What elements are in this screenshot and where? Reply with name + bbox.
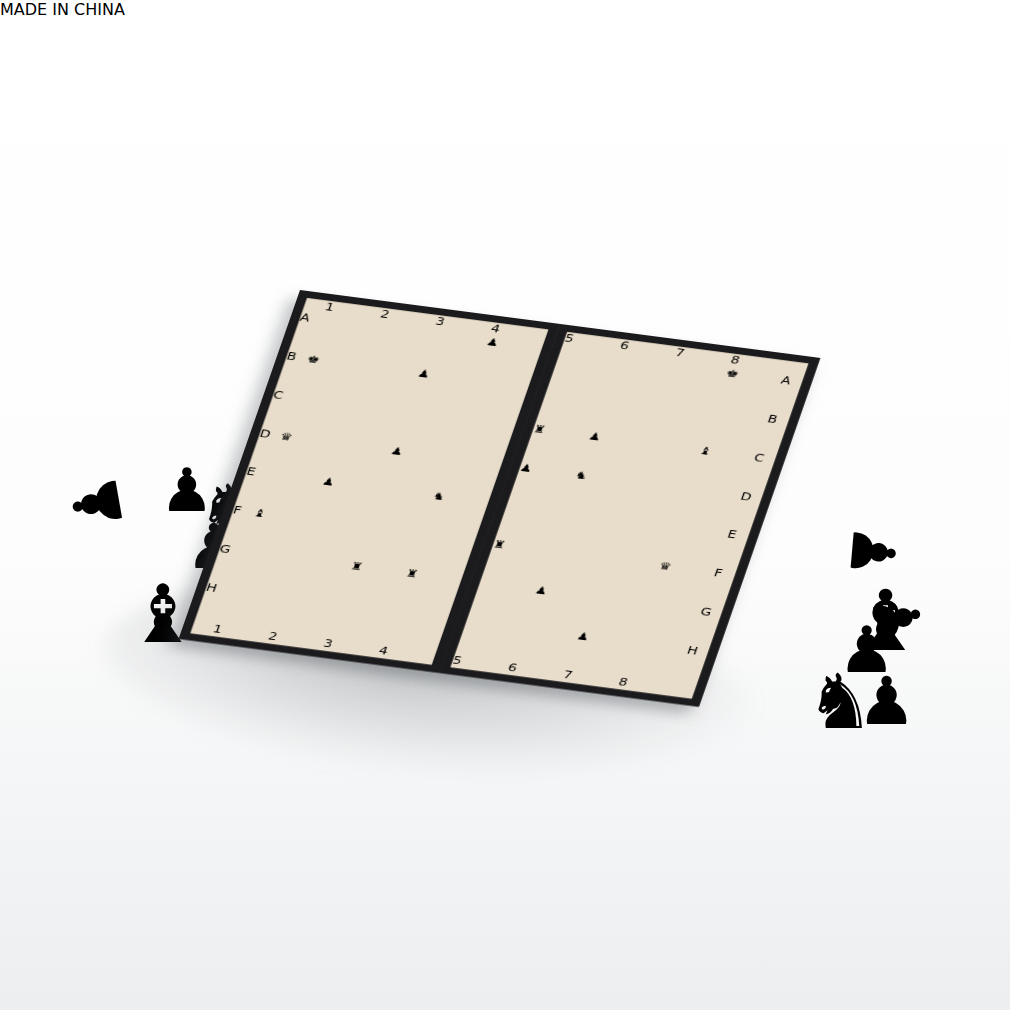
captured-black-pawn: ♟ bbox=[857, 663, 916, 740]
top-rank-label-text: 5 bbox=[563, 332, 576, 345]
bottom-rank-label-text: 5 bbox=[451, 654, 464, 667]
square-4A: ♟ bbox=[475, 336, 544, 382]
product-photo: 1234A♟B♚♟CD♛♟E♟♞F♝G♜♜H12345678♚AB♜♟♝C♟♞D… bbox=[0, 0, 1010, 1010]
black-pawn: ♟ bbox=[416, 367, 432, 380]
black-pawn: ♟ bbox=[484, 336, 500, 349]
left-file-label-text: E bbox=[245, 466, 258, 479]
black-rook: ♜ bbox=[532, 422, 548, 435]
white-rook: ♜ bbox=[491, 538, 507, 551]
white-pawn: ♟ bbox=[533, 584, 549, 597]
white-pawn: ♟ bbox=[518, 461, 534, 474]
black-bishop: ♝ bbox=[252, 507, 268, 520]
chess-board: 1234A♟B♚♟CD♛♟E♟♞F♝G♜♜H12345678♚AB♜♟♝C♟♞D… bbox=[179, 290, 827, 708]
white-pawn: ♟ bbox=[575, 630, 591, 643]
white-king: ♚ bbox=[724, 367, 740, 380]
square-4C bbox=[448, 413, 517, 459]
black-rook: ♜ bbox=[349, 560, 365, 573]
square-4E: ♞ bbox=[421, 490, 490, 536]
made-in-china-label: MADE IN CHINA bbox=[0, 0, 1010, 19]
left-file-label-text: B bbox=[285, 350, 298, 363]
black-pawn: ♟ bbox=[389, 444, 405, 457]
white-rook: ♜ bbox=[404, 567, 420, 580]
square-4G: ♜ bbox=[395, 567, 464, 613]
black-king: ♚ bbox=[305, 353, 321, 366]
left-file-label-text: D bbox=[258, 427, 273, 440]
left-file-label-text: G bbox=[218, 543, 233, 556]
white-bishop: ♝ bbox=[697, 444, 713, 457]
white-knight: ♞ bbox=[573, 468, 589, 481]
white-queen: ♛ bbox=[657, 560, 673, 573]
left-file-label-text: F bbox=[231, 504, 243, 517]
black-pawn: ♟ bbox=[320, 476, 336, 489]
square-4B bbox=[462, 374, 531, 420]
left-file-label-text: A bbox=[298, 311, 311, 324]
black-queen: ♛ bbox=[278, 430, 294, 443]
border-corner bbox=[671, 683, 696, 699]
left-file-label-text: C bbox=[271, 389, 285, 402]
square-4H bbox=[381, 606, 450, 652]
white-pawn: ♟ bbox=[587, 430, 603, 443]
captured-black-pawn: ♟ bbox=[836, 522, 910, 582]
left-file-label-text: H bbox=[204, 581, 218, 594]
black-knight: ♞ bbox=[431, 490, 447, 503]
captured-white-pawn: ♟ bbox=[56, 468, 139, 537]
